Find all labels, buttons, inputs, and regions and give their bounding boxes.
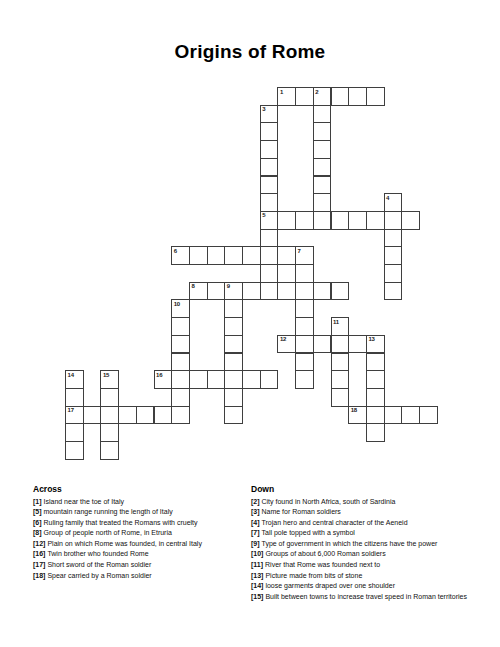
- clue-across-17: [17] Short sword of the Roman soldier: [33, 560, 245, 571]
- clue-text: City found in North Africa, south of Sar…: [262, 498, 396, 505]
- grid-cell-r14-c12[interactable]: 12: [277, 335, 296, 354]
- clue-across-5: [5] mountain range running the length of…: [33, 507, 245, 518]
- clue-number-label: [5]: [33, 508, 44, 515]
- clue-across-18: [18] Spear carried by a Roman soldier: [33, 571, 245, 582]
- across-list: [1] Island near the toe of Italy[5] moun…: [33, 497, 245, 582]
- grid-cell-r7-c17[interactable]: [366, 211, 385, 230]
- grid-cell-r18-c17[interactable]: [366, 406, 385, 425]
- cell-number-3: 3: [262, 106, 265, 112]
- grid-cell-r1-c11[interactable]: 3: [260, 105, 279, 124]
- clue-number-label: [11]: [251, 561, 265, 568]
- cell-number-6: 6: [174, 248, 177, 254]
- grid-cell-r11-c10[interactable]: [242, 282, 261, 301]
- clue-text: mountain range running the length of Ita…: [44, 508, 173, 515]
- clue-down-7: [7] Tall pole topped with a symbol: [251, 528, 475, 539]
- grid-cell-r0-c14[interactable]: 2: [313, 87, 332, 106]
- grid-cell-r9-c6[interactable]: 6: [171, 246, 190, 265]
- grid-cell-r19-c17[interactable]: [366, 423, 385, 442]
- grid-cell-r18-c2[interactable]: [100, 406, 119, 425]
- clue-text: River that Rome was founded next to: [265, 561, 380, 568]
- clue-number-label: [9]: [251, 540, 262, 547]
- grid-cell-r0-c13[interactable]: [295, 87, 314, 106]
- clue-across-8: [8] Group of people north of Rome, in Et…: [33, 528, 245, 539]
- grid-cell-r3-c11[interactable]: [260, 140, 279, 159]
- grid-cell-r3-c14[interactable]: [313, 140, 332, 159]
- clue-number-label: [13]: [251, 572, 265, 579]
- cell-number-9: 9: [227, 283, 230, 289]
- clue-text: Groups of about 6,000 Roman soldiers: [265, 550, 385, 557]
- clue-number-label: [17]: [33, 561, 47, 568]
- clue-across-6: [6] Ruling family that treated the Roman…: [33, 518, 245, 529]
- grid-cell-r18-c5[interactable]: [154, 406, 173, 425]
- grid-cell-r14-c16[interactable]: [348, 335, 367, 354]
- grid-cell-r9-c9[interactable]: [224, 246, 243, 265]
- grid-cell-r18-c16[interactable]: 18: [348, 406, 367, 425]
- grid-cell-r0-c17[interactable]: [366, 87, 385, 106]
- grid-cell-r18-c4[interactable]: [136, 406, 155, 425]
- down-header: Down: [251, 484, 475, 495]
- grid-cell-r16-c5[interactable]: 16: [154, 370, 173, 389]
- grid-cell-r11-c14[interactable]: [313, 282, 332, 301]
- grid-cell-r17-c2[interactable]: [100, 388, 119, 407]
- page-title: Origins of Rome: [0, 41, 500, 63]
- cell-number-8: 8: [191, 283, 194, 289]
- grid-cell-r17-c9[interactable]: [224, 388, 243, 407]
- grid-cell-r14-c13[interactable]: [295, 335, 314, 354]
- cell-number-13: 13: [368, 336, 374, 342]
- grid-cell-r9-c12[interactable]: [277, 246, 296, 265]
- grid-cell-r1-c14[interactable]: [313, 105, 332, 124]
- clue-down-15: [15] Built between towns to increase tra…: [251, 592, 475, 603]
- grid-cell-r2-c11[interactable]: [260, 122, 279, 141]
- clue-text: Short sword of the Roman soldier: [47, 561, 151, 568]
- grid-cell-r7-c14[interactable]: [313, 211, 332, 230]
- cell-number-17: 17: [68, 407, 74, 413]
- clue-text: Ruling family that treated the Romans wi…: [44, 519, 198, 526]
- grid-cell-r18-c19[interactable]: [401, 406, 420, 425]
- grid-cell-r6-c11[interactable]: [260, 193, 279, 212]
- grid-cell-r10-c18[interactable]: [384, 264, 403, 283]
- cell-number-1: 1: [280, 89, 283, 95]
- grid-cell-r9-c7[interactable]: [189, 246, 208, 265]
- grid-cell-r12-c13[interactable]: [295, 299, 314, 318]
- grid-cell-r16-c11[interactable]: [260, 370, 279, 389]
- clue-across-12: [12] Plain on which Rome was founded, in…: [33, 539, 245, 550]
- grid-cell-r15-c15[interactable]: [331, 353, 350, 372]
- clue-number-label: [12]: [33, 540, 47, 547]
- clue-number-label: [7]: [251, 529, 262, 536]
- grid-cell-r11-c9[interactable]: 9: [224, 282, 243, 301]
- grid-cell-r18-c3[interactable]: [118, 406, 137, 425]
- grid-cell-r15-c13[interactable]: [295, 353, 314, 372]
- clue-number-label: [10]: [251, 550, 265, 557]
- grid-cell-r11-c8[interactable]: [207, 282, 226, 301]
- grid-cell-r9-c10[interactable]: [242, 246, 261, 265]
- clue-text: Group of people north of Rome, in Etruri…: [44, 529, 172, 536]
- clue-down-11: [11] River that Rome was founded next to: [251, 560, 475, 571]
- clue-text: Plain on which Rome was founded, in cent…: [47, 540, 201, 547]
- grid-cell-r17-c15[interactable]: [331, 388, 350, 407]
- grid-cell-r10-c13[interactable]: [295, 264, 314, 283]
- grid-cell-r16-c0[interactable]: 14: [65, 370, 84, 389]
- cell-number-14: 14: [68, 372, 74, 378]
- cell-number-11: 11: [333, 319, 339, 325]
- grid-cell-r12-c6[interactable]: 10: [171, 299, 190, 318]
- grid-cell-r19-c2[interactable]: [100, 423, 119, 442]
- grid-cell-r7-c12[interactable]: [277, 211, 296, 230]
- cell-number-18: 18: [351, 407, 357, 413]
- grid-cell-r2-c14[interactable]: [313, 122, 332, 141]
- clue-text: Built between towns to increase travel s…: [265, 593, 467, 600]
- grid-cell-r11-c13[interactable]: [295, 282, 314, 301]
- grid-cell-r16-c17[interactable]: [366, 370, 385, 389]
- grid-cell-r19-c0[interactable]: [65, 423, 84, 442]
- clue-text: Twin brother who founded Rome: [47, 550, 148, 557]
- clue-down-4: [4] Trojan hero and central character of…: [251, 518, 475, 529]
- clue-down-9: [9] Type of government in which the citi…: [251, 539, 475, 550]
- grid-cell-r15-c17[interactable]: [366, 353, 385, 372]
- grid-cell-r9-c11[interactable]: [260, 246, 279, 265]
- clue-text: Type of government in which the citizens…: [262, 540, 438, 547]
- grid-cell-r14-c14[interactable]: [313, 335, 332, 354]
- across-section: Across [1] Island near the toe of Italy[…: [33, 484, 245, 581]
- grid-cell-r13-c13[interactable]: [295, 317, 314, 336]
- grid-cell-r15-c9[interactable]: [224, 353, 243, 372]
- grid-cell-r8-c11[interactable]: [260, 229, 279, 248]
- cell-number-15: 15: [103, 372, 109, 378]
- clue-across-16: [16] Twin brother who founded Rome: [33, 549, 245, 560]
- grid-cell-r9-c13[interactable]: 7: [295, 246, 314, 265]
- grid-cell-r12-c9[interactable]: [224, 299, 243, 318]
- grid-cell-r6-c14[interactable]: [313, 193, 332, 212]
- grid-cell-r16-c9[interactable]: [224, 370, 243, 389]
- grid-cell-r17-c6[interactable]: [171, 388, 190, 407]
- clue-down-13: [13] Picture made from bits of stone: [251, 571, 475, 582]
- cell-number-4: 4: [386, 195, 389, 201]
- grid-cell-r13-c6[interactable]: [171, 317, 190, 336]
- clue-down-3: [3] Name for Roman soldiers: [251, 507, 475, 518]
- grid-cell-r18-c1[interactable]: [83, 406, 102, 425]
- clue-text: Picture made from bits of stone: [265, 572, 362, 579]
- clue-number-label: [14]: [251, 582, 265, 589]
- cell-number-10: 10: [174, 301, 180, 307]
- clue-down-14: [14] loose garments draped over one shou…: [251, 581, 475, 592]
- grid-cell-r15-c6[interactable]: [171, 353, 190, 372]
- grid-cell-r14-c17[interactable]: 13: [366, 335, 385, 354]
- crossword-grid: 123456789101112131415161718: [65, 87, 437, 459]
- grid-cell-r14-c15[interactable]: [331, 335, 350, 354]
- grid-cell-r8-c18[interactable]: [384, 229, 403, 248]
- clue-number-label: [8]: [33, 529, 44, 536]
- clue-number-label: [1]: [33, 498, 44, 505]
- grid-cell-r0-c16[interactable]: [348, 87, 367, 106]
- grid-cell-r16-c15[interactable]: [331, 370, 350, 389]
- grid-cell-r4-c11[interactable]: [260, 158, 279, 177]
- cell-number-7: 7: [298, 248, 301, 254]
- grid-cell-r13-c9[interactable]: [224, 317, 243, 336]
- grid-cell-r9-c8[interactable]: [207, 246, 226, 265]
- clue-text: Tall pole topped with a symbol: [262, 529, 355, 536]
- grid-cell-r16-c7[interactable]: [189, 370, 208, 389]
- grid-cell-r11-c11[interactable]: [260, 282, 279, 301]
- grid-cell-r14-c6[interactable]: [171, 335, 190, 354]
- grid-cell-r16-c10[interactable]: [242, 370, 261, 389]
- cell-number-16: 16: [156, 372, 162, 378]
- grid-cell-r20-c0[interactable]: [65, 441, 84, 460]
- grid-cell-r17-c17[interactable]: [366, 388, 385, 407]
- grid-cell-r16-c2[interactable]: 15: [100, 370, 119, 389]
- clue-number-label: [18]: [33, 572, 47, 579]
- clue-number-label: [3]: [251, 508, 262, 515]
- clue-text: Spear carried by a Roman soldier: [47, 572, 151, 579]
- clue-number-label: [2]: [251, 498, 262, 505]
- grid-cell-r7-c13[interactable]: [295, 211, 314, 230]
- grid-cell-r4-c14[interactable]: [313, 158, 332, 177]
- clue-number-label: [15]: [251, 593, 265, 600]
- puzzle-page: Origins of Rome 123456789101112131415161…: [0, 0, 500, 647]
- grid-cell-r16-c6[interactable]: [171, 370, 190, 389]
- grid-cell-r0-c12[interactable]: 1: [277, 87, 296, 106]
- down-section: Down [2] City found in North Africa, sou…: [251, 484, 475, 602]
- grid-cell-r11-c15[interactable]: [331, 282, 350, 301]
- grid-cell-r11-c7[interactable]: 8: [189, 282, 208, 301]
- clue-text: Island near the toe of Italy: [44, 498, 125, 505]
- cell-number-5: 5: [262, 212, 265, 218]
- grid-cell-r16-c13[interactable]: [295, 370, 314, 389]
- grid-cell-r7-c16[interactable]: [348, 211, 367, 230]
- grid-cell-r11-c12[interactable]: [277, 282, 296, 301]
- clue-number-label: [4]: [251, 519, 262, 526]
- grid-cell-r18-c9[interactable]: [224, 406, 243, 425]
- grid-cell-r11-c18[interactable]: [384, 282, 403, 301]
- clue-number-label: [6]: [33, 519, 44, 526]
- clue-text: loose garments draped over one shoulder: [265, 582, 395, 589]
- grid-cell-r18-c6[interactable]: [171, 406, 190, 425]
- grid-cell-r10-c11[interactable]: [260, 264, 279, 283]
- grid-cell-r20-c2[interactable]: [100, 441, 119, 460]
- cell-number-2: 2: [315, 89, 318, 95]
- grid-cell-r7-c18[interactable]: [384, 211, 403, 230]
- grid-cell-r6-c18[interactable]: 4: [384, 193, 403, 212]
- grid-cell-r5-c11[interactable]: [260, 176, 279, 195]
- grid-cell-r7-c11[interactable]: 5: [260, 211, 279, 230]
- down-list: [2] City found in North Africa, south of…: [251, 497, 475, 603]
- clue-across-1: [1] Island near the toe of Italy: [33, 497, 245, 508]
- clue-number-label: [16]: [33, 550, 47, 557]
- grid-cell-r18-c20[interactable]: [419, 406, 438, 425]
- clue-down-10: [10] Groups of about 6,000 Roman soldier…: [251, 549, 475, 560]
- grid-cell-r0-c15[interactable]: [331, 87, 350, 106]
- grid-cell-r5-c14[interactable]: [313, 176, 332, 195]
- grid-cell-r7-c15[interactable]: [331, 211, 350, 230]
- grid-cell-r7-c19[interactable]: [401, 211, 420, 230]
- grid-cell-r18-c18[interactable]: [384, 406, 403, 425]
- grid-cell-r18-c0[interactable]: 17: [65, 406, 84, 425]
- grid-cell-r17-c0[interactable]: [65, 388, 84, 407]
- grid-cell-r14-c9[interactable]: [224, 335, 243, 354]
- across-header: Across: [33, 484, 245, 495]
- cell-number-12: 12: [280, 336, 286, 342]
- grid-cell-r9-c18[interactable]: [384, 246, 403, 265]
- grid-cell-r13-c15[interactable]: 11: [331, 317, 350, 336]
- clue-down-2: [2] City found in North Africa, south of…: [251, 497, 475, 508]
- clue-text: Name for Roman soldiers: [262, 508, 341, 515]
- grid-cell-r16-c8[interactable]: [207, 370, 226, 389]
- clue-text: Trojan hero and central character of the…: [262, 519, 408, 526]
